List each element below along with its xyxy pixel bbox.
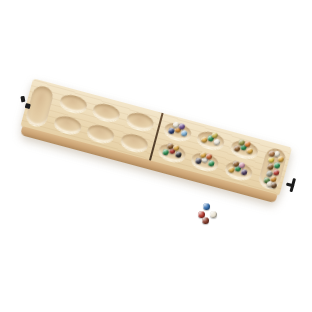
right-latch-hardware [283,175,302,198]
gem-stone [213,139,220,146]
latch-part-icon [25,103,31,109]
gem-stone [267,156,274,163]
pit-bottom-4[interactable] [157,141,187,163]
gem-stone [273,162,280,169]
gem-stone [203,203,210,210]
pit-bottom-3[interactable] [119,131,149,153]
gem-stone [208,159,215,166]
gem-stone [205,153,212,160]
latch-part-icon [20,96,25,103]
loose-stones-group [192,202,226,226]
gem-stone [210,211,217,218]
gem-stone [238,161,245,168]
pit-bottom-6[interactable] [224,159,254,181]
latch-hook-icon [286,183,295,188]
pit-bottom-5[interactable] [190,150,220,172]
pit-bottom-1[interactable] [53,113,83,135]
mancala-board [18,78,292,204]
gem-stone [246,148,253,155]
product-photo-scene [0,0,312,312]
gem-stone [270,181,277,188]
gem-stone [266,163,273,170]
gem-stone [180,130,187,137]
gem-stone [167,127,174,134]
gem-stone [241,168,248,175]
gem-stone [202,217,209,224]
gem-stone [174,151,181,158]
gem-stone [162,148,169,155]
gem-stone [200,136,207,143]
gem-stone [234,145,241,152]
pit-bottom-2[interactable] [86,122,116,144]
